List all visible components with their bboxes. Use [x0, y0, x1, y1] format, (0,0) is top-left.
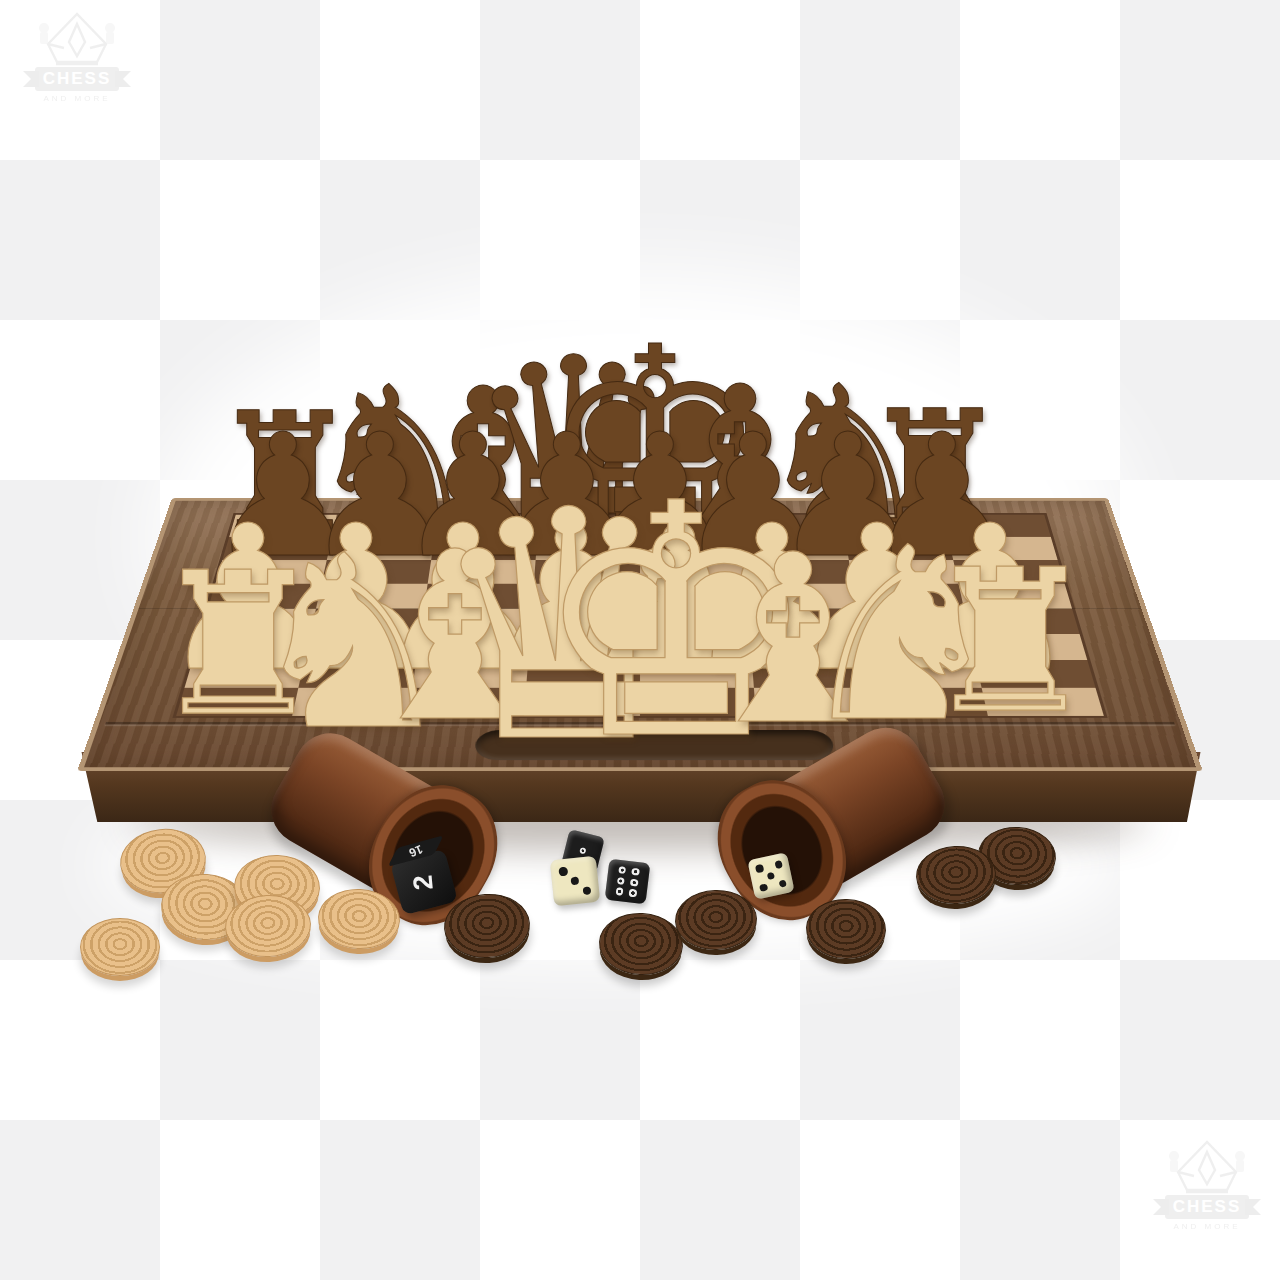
- watermark-subtitle: AND MORE: [1142, 1222, 1272, 1231]
- die-pip: [774, 860, 783, 869]
- die-pip: [630, 878, 638, 886]
- die-pip: [615, 887, 623, 895]
- die-pip: [755, 864, 764, 873]
- die-pip: [631, 867, 639, 875]
- die-pip: [570, 876, 579, 885]
- die-pip: [629, 888, 637, 896]
- light-checker-6: [80, 918, 160, 976]
- chess-logo-watermark-bottom-right: CHESS AND MORE: [1142, 1136, 1272, 1231]
- product-photo-scene: CHESS AND MORE ♜♞♝♛♚♝♞♜♟♟♟♟♟♟♟♟♟♟♟♟♟♟♟♟♜…: [0, 0, 1280, 1280]
- die-pip: [616, 876, 624, 884]
- watermark-subtitle: AND MORE: [12, 94, 142, 103]
- die-pip: [559, 867, 568, 876]
- die-pip: [767, 872, 776, 881]
- crown-icon: [34, 8, 120, 70]
- die-pip: [579, 847, 587, 855]
- chess-logo-watermark-top-left: CHESS AND MORE: [12, 8, 142, 103]
- die-pip: [582, 886, 591, 895]
- watermark-title: CHESS: [35, 67, 120, 91]
- ivory-die-in-cup-five: [747, 852, 794, 899]
- light-rook-h1: ♜: [922, 543, 1099, 740]
- watermark-title: CHESS: [1165, 1195, 1250, 1219]
- ivory-die-three: [550, 856, 601, 907]
- die-pip: [617, 865, 625, 873]
- black-die-six: [604, 858, 650, 904]
- die-pip: [778, 879, 787, 888]
- die-pip: [759, 883, 768, 892]
- crown-icon: [1164, 1136, 1250, 1198]
